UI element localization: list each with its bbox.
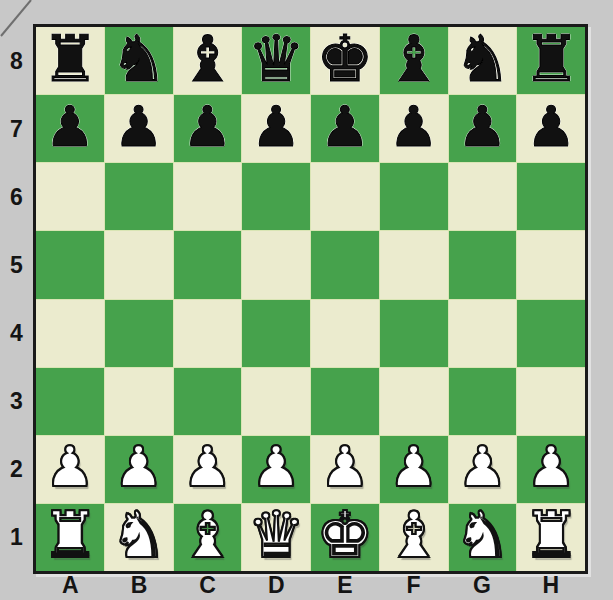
square-h8[interactable]: ♜: [517, 27, 585, 94]
piece-white-pawn[interactable]: ♟: [389, 439, 439, 495]
square-a2[interactable]: ♟: [36, 436, 104, 503]
square-g2[interactable]: ♟: [449, 436, 517, 503]
piece-black-pawn[interactable]: ♟: [389, 99, 439, 155]
piece-white-pawn[interactable]: ♟: [182, 439, 232, 495]
square-c3[interactable]: [174, 368, 242, 435]
piece-black-pawn[interactable]: ♟: [182, 99, 232, 155]
square-b4[interactable]: [105, 300, 173, 367]
square-b7[interactable]: ♟: [105, 95, 173, 162]
square-e3[interactable]: [311, 368, 379, 435]
square-f4[interactable]: [380, 300, 448, 367]
piece-black-pawn[interactable]: ♟: [114, 99, 164, 155]
file-label-e: E: [311, 572, 380, 599]
square-a6[interactable]: [36, 163, 104, 230]
square-g5[interactable]: [449, 231, 517, 298]
file-label-d: D: [242, 572, 311, 599]
piece-black-knight[interactable]: ♞: [110, 27, 167, 91]
rank-label-8: 8: [0, 27, 33, 95]
square-b8[interactable]: ♞: [105, 27, 173, 94]
square-f5[interactable]: [380, 231, 448, 298]
file-label-b: B: [105, 572, 174, 599]
square-c8[interactable]: ♝: [174, 27, 242, 94]
square-e7[interactable]: ♟: [311, 95, 379, 162]
piece-black-pawn[interactable]: ♟: [526, 99, 576, 155]
square-d5[interactable]: [242, 231, 310, 298]
piece-black-pawn[interactable]: ♟: [457, 99, 507, 155]
square-c1[interactable]: ♝: [174, 504, 242, 571]
square-f1[interactable]: ♝: [380, 504, 448, 571]
file-label-g: G: [448, 572, 517, 599]
square-g8[interactable]: ♞: [449, 27, 517, 94]
square-c6[interactable]: [174, 163, 242, 230]
piece-black-queen[interactable]: ♛: [247, 27, 304, 91]
square-h2[interactable]: ♟: [517, 436, 585, 503]
square-a4[interactable]: [36, 300, 104, 367]
square-e5[interactable]: [311, 231, 379, 298]
square-c2[interactable]: ♟: [174, 436, 242, 503]
square-d4[interactable]: [242, 300, 310, 367]
square-b3[interactable]: [105, 368, 173, 435]
square-a1[interactable]: ♜: [36, 504, 104, 571]
rank-label-5: 5: [0, 231, 33, 299]
square-b1[interactable]: ♞: [105, 504, 173, 571]
file-labels: ABCDEFGH: [36, 572, 585, 598]
piece-white-pawn[interactable]: ♟: [457, 439, 507, 495]
piece-white-rook[interactable]: ♜: [522, 503, 579, 567]
square-g3[interactable]: [449, 368, 517, 435]
piece-white-queen[interactable]: ♛: [247, 503, 304, 567]
square-a8[interactable]: ♜: [36, 27, 104, 94]
square-d1[interactable]: ♛: [242, 504, 310, 571]
piece-white-rook[interactable]: ♜: [41, 503, 98, 567]
square-c7[interactable]: ♟: [174, 95, 242, 162]
square-f3[interactable]: [380, 368, 448, 435]
square-f2[interactable]: ♟: [380, 436, 448, 503]
square-e1[interactable]: ♚: [311, 504, 379, 571]
square-a7[interactable]: ♟: [36, 95, 104, 162]
piece-white-bishop[interactable]: ♝: [179, 503, 236, 567]
square-d8[interactable]: ♛: [242, 27, 310, 94]
square-g6[interactable]: [449, 163, 517, 230]
square-h7[interactable]: ♟: [517, 95, 585, 162]
piece-white-pawn[interactable]: ♟: [45, 439, 95, 495]
piece-white-knight[interactable]: ♞: [110, 503, 167, 567]
file-label-c: C: [173, 572, 242, 599]
rank-label-7: 7: [0, 95, 33, 163]
square-a5[interactable]: [36, 231, 104, 298]
rank-label-6: 6: [0, 163, 33, 231]
square-d3[interactable]: [242, 368, 310, 435]
file-label-h: H: [516, 572, 585, 599]
square-b6[interactable]: [105, 163, 173, 230]
rank-label-1: 1: [0, 503, 33, 571]
chess-app: 87654321 ♜♞♝♛♚♝♞♜♟♟♟♟♟♟♟♟♟♟♟♟♟♟♟♟♜♞♝♛♚♝♞…: [0, 0, 613, 600]
piece-black-pawn[interactable]: ♟: [320, 99, 370, 155]
square-d6[interactable]: [242, 163, 310, 230]
square-c5[interactable]: [174, 231, 242, 298]
file-label-f: F: [379, 572, 448, 599]
rank-labels: 87654321: [0, 27, 33, 571]
square-h4[interactable]: [517, 300, 585, 367]
square-h5[interactable]: [517, 231, 585, 298]
piece-black-bishop[interactable]: ♝: [385, 27, 442, 91]
piece-white-king[interactable]: ♚: [316, 503, 373, 567]
rank-label-2: 2: [0, 435, 33, 503]
piece-white-pawn[interactable]: ♟: [320, 439, 370, 495]
piece-black-pawn[interactable]: ♟: [251, 99, 301, 155]
piece-white-pawn[interactable]: ♟: [251, 439, 301, 495]
square-f6[interactable]: [380, 163, 448, 230]
square-e6[interactable]: [311, 163, 379, 230]
piece-black-king[interactable]: ♚: [316, 27, 373, 91]
piece-black-bishop[interactable]: ♝: [179, 27, 236, 91]
square-h3[interactable]: [517, 368, 585, 435]
square-f8[interactable]: ♝: [380, 27, 448, 94]
piece-black-rook[interactable]: ♜: [522, 27, 579, 91]
rank-label-4: 4: [0, 299, 33, 367]
chess-board: ♜♞♝♛♚♝♞♜♟♟♟♟♟♟♟♟♟♟♟♟♟♟♟♟♜♞♝♛♚♝♞♜: [36, 27, 585, 571]
rank-label-3: 3: [0, 367, 33, 435]
square-c4[interactable]: [174, 300, 242, 367]
square-f7[interactable]: ♟: [380, 95, 448, 162]
square-e2[interactable]: ♟: [311, 436, 379, 503]
square-b2[interactable]: ♟: [105, 436, 173, 503]
square-a3[interactable]: [36, 368, 104, 435]
square-g7[interactable]: ♟: [449, 95, 517, 162]
board-frame: ♜♞♝♛♚♝♞♜♟♟♟♟♟♟♟♟♟♟♟♟♟♟♟♟♜♞♝♛♚♝♞♜: [33, 24, 588, 574]
piece-white-knight[interactable]: ♞: [454, 503, 511, 567]
piece-white-bishop[interactable]: ♝: [385, 503, 442, 567]
square-e4[interactable]: [311, 300, 379, 367]
square-b5[interactable]: [105, 231, 173, 298]
square-e8[interactable]: ♚: [311, 27, 379, 94]
piece-black-pawn[interactable]: ♟: [45, 99, 95, 155]
square-h1[interactable]: ♜: [517, 504, 585, 571]
square-d2[interactable]: ♟: [242, 436, 310, 503]
piece-white-pawn[interactable]: ♟: [526, 439, 576, 495]
square-h6[interactable]: [517, 163, 585, 230]
square-g1[interactable]: ♞: [449, 504, 517, 571]
file-label-a: A: [36, 572, 105, 599]
piece-black-knight[interactable]: ♞: [454, 27, 511, 91]
square-d7[interactable]: ♟: [242, 95, 310, 162]
piece-white-pawn[interactable]: ♟: [114, 439, 164, 495]
piece-black-rook[interactable]: ♜: [41, 27, 98, 91]
square-g4[interactable]: [449, 300, 517, 367]
